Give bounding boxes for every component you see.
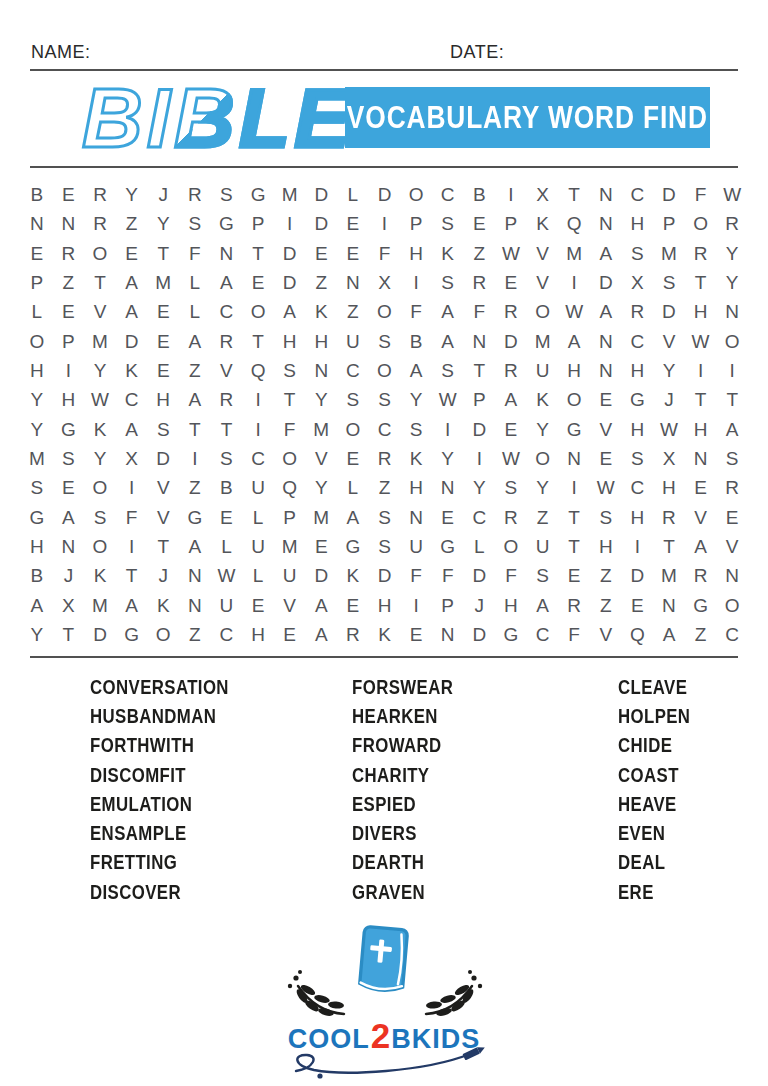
grid-bottom-rule [30,656,738,658]
grid-cell: G [685,590,717,619]
grid-cell: Y [432,444,464,473]
grid-cell: H [21,356,53,385]
grid-cell: O [558,385,590,414]
grid-cell: C [369,415,401,444]
grid-cell: S [590,502,622,531]
word-item: CONVERSATION [90,672,229,701]
grid-cell: D [464,415,496,444]
grid-cell: Y [527,415,559,444]
grid-cell: S [211,180,243,209]
grid-cell: E [116,239,148,268]
word-item: FORTHWITH [90,731,229,760]
grid-cell: T [242,239,274,268]
grid-cell: E [211,502,243,531]
pencil-icon [462,1046,486,1060]
grid-cell: T [242,327,274,356]
grid-cell: K [147,590,179,619]
grid-cell: S [622,239,654,268]
grid-cell: Y [21,415,53,444]
bible-book-icon [355,920,413,1006]
grid-cell: S [274,356,306,385]
grid-cell: E [147,327,179,356]
grid-cell: C [242,444,274,473]
grid-cell: J [53,561,85,590]
grid-cell: Z [590,590,622,619]
grid-cell: N [53,209,85,238]
grid-cell: D [622,561,654,590]
grid-cell: R [685,239,717,268]
grid-cell: N [653,590,685,619]
header-rule [30,166,738,168]
grid-cell: I [432,415,464,444]
grid-cell: P [21,268,53,297]
grid-cell: A [337,502,369,531]
grid-cell: N [590,180,622,209]
word-item: ESPIED [352,789,453,818]
grid-cell: S [21,473,53,502]
grid-cell: K [432,239,464,268]
grid-cell: M [84,590,116,619]
grid-cell: M [653,239,685,268]
grid-cell: E [305,239,337,268]
grid-cell: F [685,180,717,209]
grid-cell: H [653,473,685,502]
grid-cell: E [558,561,590,590]
grid-cell: P [400,209,432,238]
grid-cell: N [590,209,622,238]
grid-cell: O [369,297,401,326]
word-item: ERE [618,877,690,906]
grid-cell: C [337,356,369,385]
grid-cell: T [558,502,590,531]
grid-cell: I [242,415,274,444]
grid-cell: O [495,532,527,561]
grid-cell: S [147,415,179,444]
grid-cell: K [84,415,116,444]
grid-cell: N [590,356,622,385]
grid-cell: V [527,268,559,297]
word-item: HUSBANDMAN [90,701,229,730]
grid-cell: D [590,268,622,297]
grid-cell: O [369,356,401,385]
grid-cell: H [305,327,337,356]
grid-cell: A [116,415,148,444]
grid-cell: X [116,444,148,473]
grid-cell: S [432,356,464,385]
grid-cell: F [274,415,306,444]
grid-cell: P [274,502,306,531]
grid-cell: S [716,444,748,473]
grid-cell: N [179,590,211,619]
word-item: HOLPEN [618,701,690,730]
grid-cell: U [527,532,559,561]
grid-cell: S [369,532,401,561]
grid-cell: S [369,327,401,356]
grid-cell: E [337,209,369,238]
grid-cell: I [716,356,748,385]
grid-cell: L [179,297,211,326]
grid-cell: H [369,590,401,619]
grid-cell: R [653,502,685,531]
pencil-swirl-underline [274,1046,494,1080]
bible-logo-text: BIBLE [82,76,354,160]
grid-cell: D [305,561,337,590]
word-item: DISCOMFIT [90,760,229,789]
grid-cell: G [622,385,654,414]
title-banner: VOCABULARY WORD FIND [345,87,710,148]
grid-cell: A [685,532,717,561]
grid-cell: I [558,268,590,297]
grid-cell: O [274,444,306,473]
grid-cell: N [716,561,748,590]
grid-cell: P [242,209,274,238]
grid-cell: M [274,180,306,209]
grid-cell: Z [464,239,496,268]
grid-cell: C [211,297,243,326]
grid-cell: Z [179,620,211,649]
grid-cell: C [622,180,654,209]
grid-cell: R [716,473,748,502]
word-item: DEAL [618,848,690,877]
grid-cell: A [558,327,590,356]
grid-cell: A [179,385,211,414]
word-item: COAST [618,760,690,789]
grid-cell: A [179,532,211,561]
grid-cell: R [495,297,527,326]
grid-cell: I [685,356,717,385]
grid-cell: N [590,327,622,356]
word-item: DIVERS [352,818,453,847]
grid-cell: J [653,385,685,414]
grid-cell: A [116,297,148,326]
grid-cell: O [84,239,116,268]
grid-cell: F [464,297,496,326]
grid-cell: M [147,268,179,297]
grid-cell: F [369,239,401,268]
word-item: ENSAMPLE [90,818,229,847]
grid-cell: V [590,415,622,444]
grid-cell: D [653,297,685,326]
grid-cell: T [653,532,685,561]
grid-cell: W [84,385,116,414]
grid-cell: K [400,444,432,473]
grid-cell: L [337,180,369,209]
grid-cell: N [53,532,85,561]
grid-cell: H [685,297,717,326]
grid-cell: E [495,268,527,297]
grid-cell: G [21,502,53,531]
grid-cell: F [495,561,527,590]
worksheet-page: NAME: DATE: BIBLE VOCABULARY WORD FIND B… [0,0,768,1086]
grid-cell: L [179,268,211,297]
grid-cell: D [305,180,337,209]
grid-cell: R [685,561,717,590]
grid-cell: G [179,502,211,531]
grid-cell: T [147,239,179,268]
grid-cell: C [464,502,496,531]
grid-cell: S [653,268,685,297]
grid-cell: Z [527,502,559,531]
grid-cell: W [432,385,464,414]
grid-cell: U [242,532,274,561]
grid-cell: D [464,620,496,649]
grid-cell: Z [116,209,148,238]
grid-cell: Y [84,356,116,385]
grid-cell: S [369,502,401,531]
grid-cell: R [337,620,369,649]
grid-cell: N [305,356,337,385]
grid-cell: V [147,473,179,502]
grid-cell: T [558,180,590,209]
grid-cell: B [400,327,432,356]
grid-cell: F [400,297,432,326]
grid-cell: A [21,590,53,619]
grid-cell: O [147,620,179,649]
grid-cell: L [464,532,496,561]
banner-label: VOCABULARY WORD FIND [347,100,708,136]
grid-cell: A [590,297,622,326]
grid-cell: E [53,473,85,502]
grid-cell: A [653,620,685,649]
grid-cell: P [53,327,85,356]
grid-cell: E [495,415,527,444]
grid-cell: S [622,444,654,473]
grid-cell: W [590,473,622,502]
grid-cell: H [622,502,654,531]
grid-cell: V [716,532,748,561]
grid-cell: E [147,356,179,385]
grid-cell: D [116,327,148,356]
grid-cell: K [84,561,116,590]
grid-cell: S [211,444,243,473]
grid-cell: T [558,532,590,561]
grid-cell: H [21,532,53,561]
grid-cell: D [84,620,116,649]
grid-cell: X [622,268,654,297]
grid-cell: S [179,209,211,238]
grid-cell: I [495,180,527,209]
grid-cell: E [400,620,432,649]
grid-cell: U [337,327,369,356]
grid-cell: Y [464,473,496,502]
grid-cell: A [211,268,243,297]
grid-cell: E [337,239,369,268]
grid-cell: C [211,620,243,649]
grid-cell: W [495,239,527,268]
grid-cell: N [400,502,432,531]
grid-cell: V [274,590,306,619]
date-label: DATE: [450,42,504,63]
grid-cell: A [527,590,559,619]
grid-cell: I [622,532,654,561]
grid-cell: T [84,268,116,297]
grid-cell: S [432,209,464,238]
grid-cell: J [464,590,496,619]
grid-cell: A [590,239,622,268]
laurel-right-icon [422,968,484,1020]
grid-cell: O [21,327,53,356]
grid-cell: F [179,239,211,268]
grid-cell: S [337,385,369,414]
grid-cell: S [53,444,85,473]
grid-cell: F [558,620,590,649]
grid-cell: E [464,209,496,238]
grid-cell: D [653,180,685,209]
grid-cell: K [527,385,559,414]
grid-cell: X [527,180,559,209]
grid-cell: R [84,209,116,238]
word-item: DEARTH [352,848,453,877]
grid-cell: L [242,502,274,531]
grid-cell: X [369,268,401,297]
grid-cell: O [527,297,559,326]
grid-cell: I [179,444,211,473]
grid-cell: B [21,180,53,209]
grid-cell: M [558,239,590,268]
grid-cell: A [116,590,148,619]
grid-cell: Z [179,473,211,502]
grid-cell: Y [305,473,337,502]
grid-cell: H [400,473,432,502]
grid-cell: N [685,444,717,473]
grid-cell: N [558,444,590,473]
grid-cell: S [84,502,116,531]
grid-cell: H [622,209,654,238]
grid-cell: E [53,180,85,209]
grid-cell: Y [653,356,685,385]
grid-cell: D [369,180,401,209]
laurel-left-icon [286,968,348,1020]
grid-cell: C [432,180,464,209]
grid-cell: D [464,561,496,590]
grid-cell: V [653,327,685,356]
grid-cell: A [716,415,748,444]
grid-cell: G [432,532,464,561]
grid-cell: I [464,444,496,473]
grid-cell: U [527,356,559,385]
grid-cell: F [116,502,148,531]
grid-cell: I [558,473,590,502]
grid-cell: G [53,415,85,444]
word-item: HEARKEN [352,701,453,730]
grid-cell: T [147,532,179,561]
grid-cell: N [179,561,211,590]
grid-cell: H [147,385,179,414]
word-item: CHARITY [352,760,453,789]
grid-cell: O [685,209,717,238]
grid-cell: E [590,385,622,414]
grid-cell: F [432,561,464,590]
grid-cell: W [495,444,527,473]
grid-cell: R [179,180,211,209]
grid-cell: D [274,268,306,297]
word-item: HEAVE [618,789,690,818]
grid-cell: A [432,327,464,356]
grid-cell: R [211,327,243,356]
grid-cell: B [21,561,53,590]
grid-cell: T [685,268,717,297]
grid-cell: R [622,297,654,326]
grid-cell: A [305,620,337,649]
word-column-3: CLEAVEHOLPENCHIDECOASTHEAVEEVENDEALERE [618,672,709,906]
grid-cell: A [400,356,432,385]
grid-cell: E [590,444,622,473]
grid-cell: R [464,268,496,297]
word-item: CLEAVE [618,672,690,701]
grid-cell: U [211,590,243,619]
word-item: CHIDE [618,731,690,760]
grid-cell: T [53,620,85,649]
grid-cell: V [211,356,243,385]
grid-cell: A [53,502,85,531]
grid-cell: E [147,297,179,326]
grid-cell: N [716,297,748,326]
grid-cell: A [179,327,211,356]
grid-cell: R [558,590,590,619]
grid-cell: N [432,620,464,649]
grid-cell: P [432,590,464,619]
grid-cell: S [369,385,401,414]
grid-cell: E [242,268,274,297]
grid-cell: E [622,590,654,619]
grid-cell: I [400,268,432,297]
grid-cell: Y [305,385,337,414]
grid-cell: I [242,385,274,414]
grid-cell: Y [21,385,53,414]
grid-cell: C [622,473,654,502]
grid-cell: O [716,327,748,356]
grid-cell: P [464,385,496,414]
grid-cell: M [84,327,116,356]
grid-cell: G [558,415,590,444]
grid-cell: I [400,590,432,619]
word-column-2: FORSWEARHEARKENFROWARDCHARITYESPIEDDIVER… [352,672,479,906]
grid-cell: E [305,532,337,561]
grid-cell: D [274,239,306,268]
grid-cell: Y [716,268,748,297]
grid-cell: O [84,473,116,502]
grid-cell: W [716,180,748,209]
grid-cell: V [685,502,717,531]
grid-cell: Y [84,444,116,473]
word-item: FORSWEAR [352,672,453,701]
grid-cell: A [116,268,148,297]
grid-cell: L [337,473,369,502]
grid-cell: C [622,327,654,356]
grid-cell: V [147,502,179,531]
grid-cell: D [369,561,401,590]
grid-cell: A [274,297,306,326]
grid-cell: V [84,297,116,326]
grid-cell: H [558,356,590,385]
grid-cell: I [53,356,85,385]
grid-cell: D [305,209,337,238]
grid-cell: O [84,532,116,561]
grid-cell: H [622,415,654,444]
grid-cell: Z [53,268,85,297]
grid-cell: J [147,561,179,590]
grid-cell: Y [400,385,432,414]
grid-cell: K [337,561,369,590]
grid-cell: E [337,444,369,473]
name-label: NAME: [31,42,91,63]
grid-cell: T [179,415,211,444]
grid-cell: N [337,268,369,297]
grid-cell: Z [590,561,622,590]
grid-cell: D [495,327,527,356]
grid-cell: K [527,209,559,238]
grid-cell: V [527,239,559,268]
